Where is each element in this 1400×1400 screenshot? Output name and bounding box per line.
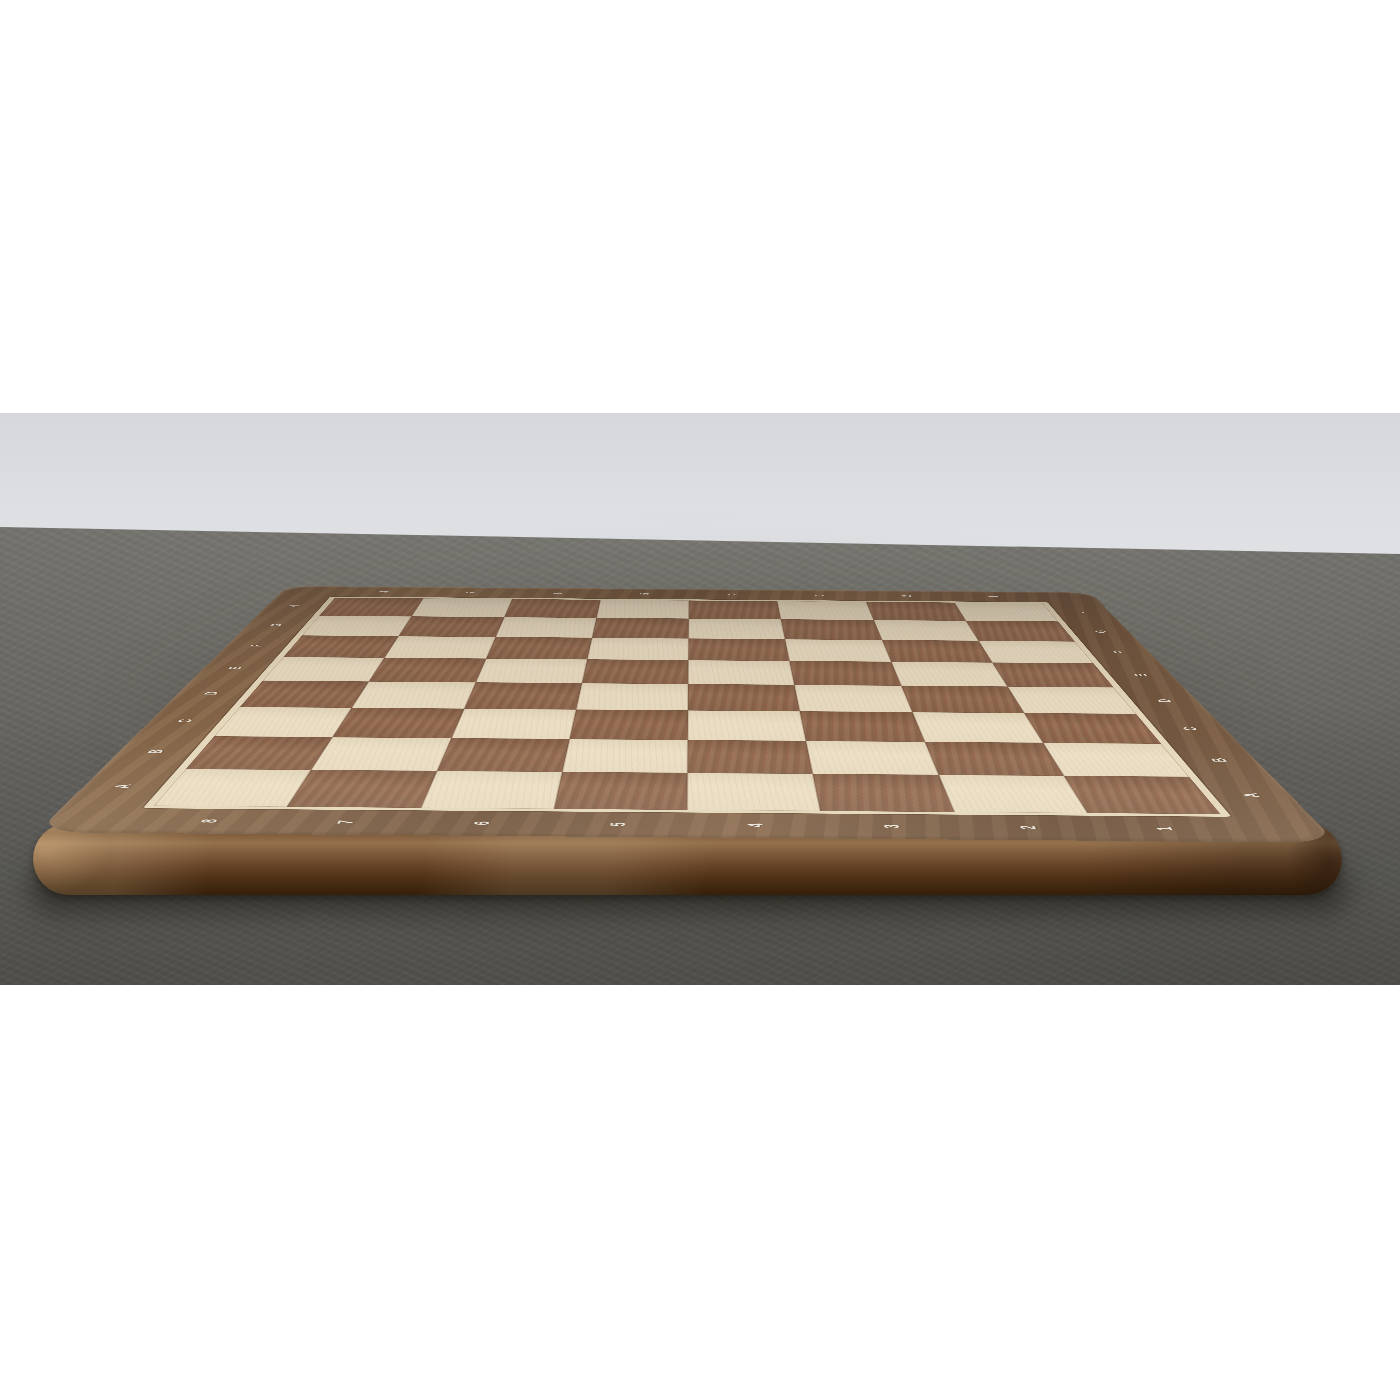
- coordinate-labels: 8877665544332211HHGGFFEEDDCCBBAA: [287, 586, 1090, 592]
- square-h1[interactable]: [954, 603, 1058, 622]
- right-file-label-B: B: [1206, 758, 1232, 762]
- square-f1[interactable]: [978, 641, 1093, 664]
- near-rank-label-2: 2: [1015, 825, 1042, 829]
- right-file-label-E: E: [1130, 674, 1152, 677]
- square-a6[interactable]: [421, 771, 563, 809]
- square-f2[interactable]: [882, 640, 992, 663]
- square-b6[interactable]: [437, 738, 570, 772]
- left-file-label-A: A: [109, 784, 137, 788]
- square-g8[interactable]: [302, 616, 411, 636]
- square-e4[interactable]: [688, 660, 794, 685]
- near-rank-label-4: 4: [742, 823, 768, 827]
- square-c8[interactable]: [214, 707, 351, 737]
- left-file-label-B: B: [143, 750, 169, 754]
- far-rank-label-6: 6: [550, 592, 567, 594]
- square-e3[interactable]: [790, 661, 901, 686]
- square-g6[interactable]: [495, 617, 596, 637]
- square-g2[interactable]: [873, 620, 978, 641]
- board-squares: [154, 598, 1221, 814]
- square-b3[interactable]: [806, 741, 938, 775]
- product-photo-canvas: 8877665544332211HHGGFFEEDDCCBBAA: [0, 0, 1400, 1400]
- square-c5[interactable]: [569, 710, 688, 740]
- square-d7[interactable]: [352, 682, 476, 709]
- square-d2[interactable]: [901, 686, 1024, 713]
- square-e5[interactable]: [582, 659, 689, 684]
- square-g1[interactable]: [966, 621, 1075, 642]
- far-rank-label-5: 5: [637, 593, 653, 595]
- square-g5[interactable]: [592, 618, 689, 639]
- square-b2[interactable]: [924, 742, 1063, 776]
- square-e8[interactable]: [263, 657, 385, 682]
- square-c6[interactable]: [451, 709, 576, 739]
- square-a7[interactable]: [287, 770, 437, 808]
- square-f8[interactable]: [283, 635, 398, 657]
- right-file-label-D: D: [1153, 699, 1176, 702]
- square-f4[interactable]: [688, 638, 789, 660]
- near-rank-label-6: 6: [469, 821, 496, 825]
- near-rank-label-1: 1: [1151, 827, 1179, 831]
- square-b5[interactable]: [562, 739, 688, 773]
- square-c2[interactable]: [912, 712, 1043, 742]
- square-f7[interactable]: [385, 636, 496, 658]
- square-c4[interactable]: [688, 710, 806, 740]
- square-g4[interactable]: [689, 619, 786, 640]
- square-e7[interactable]: [369, 658, 486, 683]
- square-d5[interactable]: [576, 683, 688, 710]
- photo-area: 8877665544332211HHGGFFEEDDCCBBAA: [0, 413, 1400, 985]
- right-file-label-A: A: [1238, 793, 1266, 797]
- far-rank-label-4: 4: [724, 594, 740, 596]
- square-f5[interactable]: [587, 638, 688, 660]
- near-rank-label-7: 7: [332, 820, 359, 824]
- square-a3[interactable]: [813, 774, 954, 812]
- square-f6[interactable]: [486, 637, 592, 659]
- left-file-label-E: E: [224, 667, 246, 670]
- square-d4[interactable]: [688, 684, 800, 711]
- square-c3[interactable]: [800, 711, 924, 741]
- right-file-label-F: F: [1110, 651, 1130, 653]
- board-perspective: 8877665544332211HHGGFFEEDDCCBBAA: [37, 586, 1337, 843]
- far-rank-label-3: 3: [811, 594, 828, 596]
- square-b4[interactable]: [687, 740, 812, 774]
- chessboard: 8877665544332211HHGGFFEEDDCCBBAA: [37, 586, 1337, 843]
- near-rank-label-8: 8: [195, 819, 223, 823]
- square-d8[interactable]: [240, 681, 369, 708]
- right-file-label-C: C: [1178, 727, 1203, 731]
- square-g7[interactable]: [399, 616, 504, 636]
- far-rank-label-1: 1: [985, 596, 1002, 598]
- right-file-label-G: G: [1091, 630, 1111, 633]
- far-rank-label-8: 8: [375, 591, 392, 593]
- square-h3[interactable]: [777, 601, 873, 620]
- square-a5[interactable]: [554, 772, 688, 810]
- near-rank-label-3: 3: [879, 824, 906, 828]
- backdrop-top: [0, 0, 1400, 413]
- far-rank-label-2: 2: [898, 595, 915, 597]
- square-e2[interactable]: [891, 662, 1007, 687]
- left-file-label-G: G: [266, 624, 286, 627]
- near-rank-label-5: 5: [606, 822, 632, 826]
- backdrop-bottom: [0, 985, 1400, 1400]
- square-d1[interactable]: [1007, 687, 1136, 714]
- square-b7[interactable]: [311, 737, 451, 771]
- right-file-label-H: H: [1074, 611, 1093, 613]
- square-d6[interactable]: [464, 682, 582, 709]
- square-a2[interactable]: [938, 775, 1087, 813]
- square-h4[interactable]: [689, 600, 781, 619]
- square-a4[interactable]: [687, 773, 820, 811]
- square-h7[interactable]: [412, 598, 512, 617]
- left-file-label-H: H: [285, 605, 304, 607]
- square-e1[interactable]: [992, 663, 1114, 688]
- square-h6[interactable]: [504, 599, 600, 618]
- left-file-label-F: F: [247, 645, 267, 647]
- square-h2[interactable]: [866, 602, 966, 621]
- square-e6[interactable]: [475, 659, 587, 684]
- left-file-label-D: D: [200, 692, 223, 695]
- far-rank-label-7: 7: [463, 592, 480, 594]
- square-d3[interactable]: [795, 685, 912, 712]
- square-g3[interactable]: [781, 619, 882, 640]
- left-file-label-C: C: [173, 719, 198, 722]
- square-f3[interactable]: [785, 639, 891, 662]
- square-h8[interactable]: [319, 598, 423, 617]
- board-tilt-wrapper: 8877665544332211HHGGFFEEDDCCBBAA: [0, 413, 1400, 985]
- square-c7[interactable]: [333, 708, 464, 738]
- square-h5[interactable]: [596, 600, 688, 619]
